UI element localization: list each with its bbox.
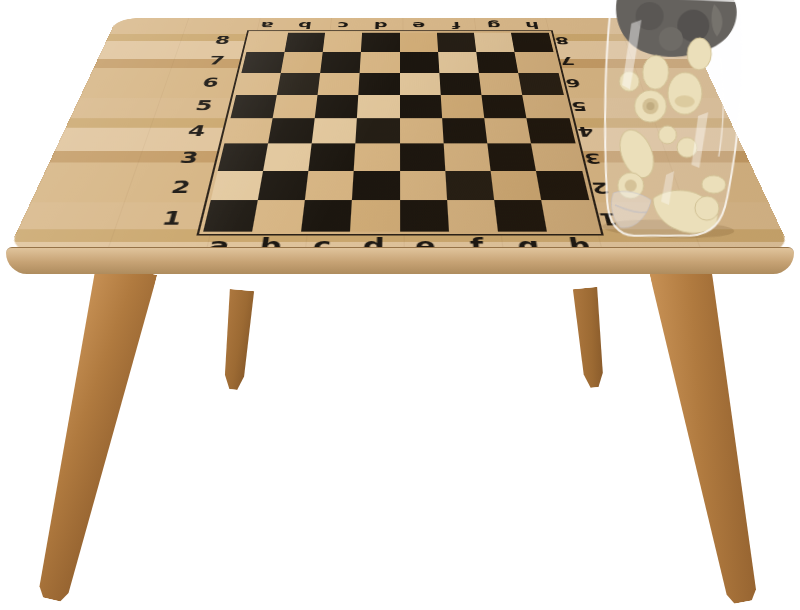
file-label-top-a: a [259, 20, 274, 30]
square-h4 [527, 118, 575, 143]
square-e8 [400, 33, 438, 52]
file-label-top-f: f [452, 20, 461, 30]
plastic-bag [600, 0, 744, 239]
square-c2 [305, 171, 354, 200]
file-label-top-b: b [297, 20, 312, 30]
square-g8 [474, 33, 515, 52]
square-e1 [400, 200, 449, 232]
board-frame [196, 30, 603, 235]
square-e5 [400, 95, 442, 119]
square-e3 [400, 144, 446, 171]
square-h8 [511, 33, 553, 52]
square-d1 [350, 200, 399, 232]
square-h6 [518, 73, 563, 95]
square-f6 [439, 73, 481, 95]
square-b4 [268, 118, 315, 143]
square-f2 [445, 171, 494, 200]
file-label-top-c: c [337, 20, 349, 30]
chessboard: abcdefgh 87654321 87654321 abcdefgh [138, 20, 660, 255]
square-h3 [531, 144, 581, 171]
square-b2 [258, 171, 309, 200]
file-label-top-h: h [524, 20, 540, 30]
file-labels-top: abcdefgh [247, 20, 552, 30]
square-a4 [224, 118, 272, 143]
square-c4 [312, 118, 357, 143]
product-photo: abcdefgh 87654321 87654321 abcdefgh [0, 0, 800, 610]
rank-label-right-7: 7 [558, 55, 590, 66]
square-h7 [515, 52, 558, 73]
table-leg-front-left [20, 261, 157, 606]
square-e6 [400, 73, 441, 95]
square-d7 [360, 52, 400, 73]
rank-label-left-5: 5 [194, 99, 230, 112]
rank-label-left-7: 7 [207, 55, 240, 67]
rank-label-left-1: 1 [160, 210, 202, 228]
square-f4 [442, 118, 487, 143]
square-b5 [272, 95, 317, 119]
square-f8 [437, 33, 477, 52]
square-g7 [476, 52, 518, 73]
square-g4 [484, 118, 531, 143]
square-f3 [443, 144, 490, 171]
rank-label-right-8: 8 [553, 35, 584, 45]
rank-label-left-6: 6 [201, 76, 236, 88]
rank-label-left-8: 8 [214, 35, 246, 46]
square-e7 [400, 52, 440, 73]
square-d2 [352, 171, 399, 200]
square-e4 [400, 118, 444, 143]
rank-label-left-2: 2 [169, 179, 210, 196]
square-d4 [356, 118, 400, 143]
file-label-top-d: d [374, 20, 388, 30]
square-c6 [318, 73, 360, 95]
square-e2 [400, 171, 447, 200]
square-a2 [210, 171, 263, 200]
chess-pieces-bag [594, 0, 753, 249]
file-label-top-e: e [412, 20, 425, 30]
square-d8 [361, 33, 399, 52]
square-g6 [479, 73, 523, 95]
square-a5 [230, 95, 277, 119]
square-g5 [481, 95, 526, 119]
square-b7 [281, 52, 323, 73]
square-b6 [277, 73, 321, 95]
square-c1 [301, 200, 352, 232]
square-c8 [323, 33, 363, 52]
rank-label-left-4: 4 [186, 124, 223, 138]
square-f5 [440, 95, 484, 119]
square-a1 [203, 200, 258, 232]
square-b1 [252, 200, 305, 232]
square-h2 [536, 171, 589, 200]
board-grid [203, 33, 597, 232]
square-d5 [357, 95, 399, 119]
square-d6 [359, 73, 400, 95]
square-c7 [320, 52, 361, 73]
square-b8 [284, 33, 325, 52]
square-g3 [487, 144, 536, 171]
table-front-edge [6, 247, 794, 274]
square-a8 [246, 33, 288, 52]
square-h5 [522, 95, 569, 119]
square-a6 [236, 73, 281, 95]
table-leg-back-left [217, 289, 258, 391]
rank-label-left-3: 3 [178, 150, 217, 165]
square-f1 [447, 200, 498, 232]
square-c5 [315, 95, 359, 119]
square-c3 [308, 144, 355, 171]
table-leg-front-right [650, 262, 773, 608]
square-g1 [494, 200, 547, 232]
file-label-top-g: g [487, 20, 502, 30]
square-g2 [491, 171, 542, 200]
rank-label-right-6: 6 [564, 77, 597, 88]
square-b3 [263, 144, 312, 171]
square-a7 [241, 52, 284, 73]
table-leg-back-right [569, 286, 610, 389]
square-a3 [217, 144, 267, 171]
square-f7 [438, 52, 479, 73]
square-d3 [354, 144, 400, 171]
square-h1 [541, 200, 596, 232]
